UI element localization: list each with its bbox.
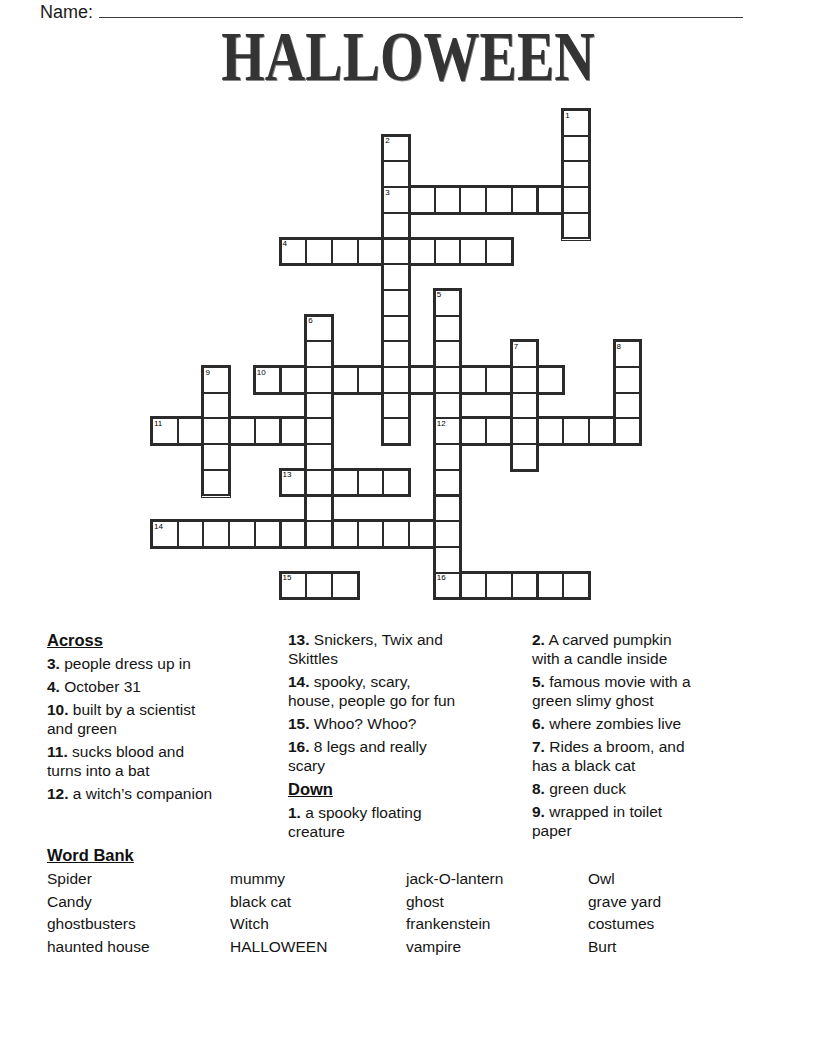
word-bank-item: grave yard — [588, 891, 661, 914]
word-bank-item: ghostbusters — [47, 913, 150, 936]
grid-cell[interactable] — [382, 238, 410, 266]
grid-cell[interactable] — [537, 366, 565, 394]
clue-across-3: 3. people dress up in — [47, 654, 285, 673]
grid-cell[interactable] — [459, 186, 487, 214]
grid-cell[interactable] — [331, 366, 359, 394]
grid-number: 6 — [308, 317, 312, 325]
clues-column-middle: 13. Snickers, Twix and Skittles14. spook… — [288, 630, 530, 845]
grid-number: 16 — [437, 574, 446, 582]
word-bank-column-2: mummyblack catWitchHALLOWEEN — [230, 868, 327, 958]
clue-number: 4. — [47, 678, 60, 695]
grid-cell[interactable] — [382, 263, 410, 291]
clue-number: 1. — [288, 804, 301, 821]
clue-down-2: 2. A carved pumpkin with a candle inside — [532, 630, 784, 668]
clue-down-7: 7. Rides a broom, and has a black cat — [532, 737, 784, 775]
name-label: Name: — [40, 2, 93, 23]
grid-cell[interactable] — [408, 366, 436, 394]
word-bank-item: Owl — [588, 868, 661, 891]
grid-number: 8 — [617, 343, 621, 351]
grid-cell[interactable] — [537, 417, 565, 445]
grid-cell[interactable] — [280, 520, 308, 548]
grid-cell[interactable] — [434, 495, 462, 523]
grid-cell[interactable] — [202, 417, 230, 445]
clue-across-13: 13. Snickers, Twix and Skittles — [288, 630, 530, 668]
grid-cell[interactable] — [305, 238, 333, 266]
clues-column-left: Across3. people dress up in4. October 31… — [47, 630, 285, 807]
grid-cell[interactable] — [382, 469, 410, 497]
grid-cell[interactable] — [562, 417, 590, 445]
grid-number: 4 — [283, 240, 287, 248]
clue-number: 2. — [532, 631, 545, 648]
grid-cell[interactable] — [280, 417, 308, 445]
grid-cell[interactable] — [485, 186, 513, 214]
clue-number: 15. — [288, 715, 310, 732]
clue-number: 12. — [47, 785, 69, 802]
grid-cell[interactable] — [382, 289, 410, 317]
grid-number: 14 — [154, 523, 163, 531]
grid-cell[interactable] — [408, 186, 436, 214]
grid-cell[interactable] — [177, 520, 205, 548]
grid-cell[interactable] — [562, 135, 590, 163]
grid-cell[interactable] — [434, 315, 462, 343]
across-header: Across — [47, 630, 285, 650]
grid-cell[interactable] — [305, 366, 333, 394]
grid-cell[interactable] — [280, 366, 308, 394]
grid-cell[interactable] — [459, 417, 487, 445]
grid-cell[interactable] — [331, 520, 359, 548]
clue-number: 11. — [47, 743, 68, 760]
grid-cell[interactable] — [485, 417, 513, 445]
grid-number: 11 — [154, 420, 162, 428]
grid-number: 2 — [385, 137, 389, 145]
grid-cell[interactable] — [382, 417, 410, 445]
grid-cell[interactable] — [305, 572, 333, 600]
grid-cell[interactable] — [305, 443, 333, 471]
grid-cell[interactable] — [382, 315, 410, 343]
grid-cell[interactable] — [202, 520, 230, 548]
grid-cell[interactable] — [331, 238, 359, 266]
clue-number: 13. — [288, 631, 310, 648]
grid-cell[interactable] — [305, 340, 333, 368]
grid-cell[interactable] — [228, 417, 256, 445]
word-bank-item: HALLOWEEN — [230, 936, 327, 959]
clue-across-10: 10. built by a scientist and green — [47, 700, 285, 738]
grid-cell[interactable] — [202, 392, 230, 420]
grid-cell[interactable] — [434, 186, 462, 214]
grid-cell[interactable] — [562, 212, 590, 240]
clue-number: 16. — [288, 738, 310, 755]
grid-cell[interactable] — [459, 572, 487, 600]
word-bank-item: Candy — [47, 891, 150, 914]
word-bank-header: Word Bank — [47, 846, 134, 865]
grid-cell[interactable] — [485, 366, 513, 394]
grid-cell[interactable] — [357, 366, 385, 394]
grid-cell[interactable] — [382, 366, 410, 394]
grid-cell[interactable] — [434, 443, 462, 471]
name-input-line[interactable] — [99, 1, 743, 18]
clue-across-14: 14. spooky, scary, house, people go for … — [288, 672, 530, 710]
down-header: Down — [288, 779, 530, 799]
grid-cell[interactable] — [305, 520, 333, 548]
grid-cell[interactable] — [511, 392, 539, 420]
grid-cell[interactable] — [434, 520, 462, 548]
grid-cell[interactable] — [357, 520, 385, 548]
grid-cell[interactable] — [434, 366, 462, 394]
grid-cell[interactable] — [614, 366, 642, 394]
grid-cell[interactable] — [408, 520, 436, 548]
page-title: HALLOWEEN — [82, 22, 735, 92]
grid-cell[interactable] — [459, 366, 487, 394]
grid-cell[interactable] — [357, 469, 385, 497]
grid-cell[interactable] — [254, 520, 282, 548]
grid-cell[interactable] — [562, 186, 590, 214]
clue-number: 8. — [532, 780, 545, 797]
clue-number: 7. — [532, 738, 545, 755]
grid-cell[interactable] — [382, 520, 410, 548]
grid-cell[interactable] — [434, 340, 462, 368]
grid-number: 3 — [385, 189, 389, 197]
clue-across-16: 16. 8 legs and really scary — [288, 737, 530, 775]
grid-cell[interactable] — [537, 572, 565, 600]
clue-down-8: 8. green duck — [532, 779, 784, 798]
crossword-grid: 34101112131415161256789 — [152, 110, 642, 600]
word-bank-column-1: SpiderCandyghostbustershaunted house — [47, 868, 150, 958]
clue-number: 10. — [47, 701, 69, 718]
clue-number: 3. — [47, 655, 60, 672]
word-bank-item: vampire — [406, 936, 503, 959]
word-bank-item: jack-O-lantern — [406, 868, 503, 891]
grid-number: 1 — [565, 112, 569, 120]
grid-cell[interactable] — [382, 340, 410, 368]
grid-cell[interactable] — [562, 572, 590, 600]
grid-cell[interactable] — [614, 392, 642, 420]
clue-across-12: 12. a witch’s companion — [47, 784, 285, 803]
grid-cell[interactable] — [305, 392, 333, 420]
grid-cell[interactable] — [331, 572, 359, 600]
grid-cell[interactable] — [614, 417, 642, 445]
grid-cell[interactable] — [177, 417, 205, 445]
clue-across-11: 11. sucks blood and turns into a bat — [47, 742, 285, 780]
grid-cell[interactable] — [305, 417, 333, 445]
clue-number: 5. — [532, 673, 545, 690]
clues-column-right: 2. A carved pumpkin with a candle inside… — [532, 630, 784, 844]
grid-cell[interactable] — [434, 469, 462, 497]
word-bank-item: Witch — [230, 913, 327, 936]
grid-cell[interactable] — [305, 469, 333, 497]
clue-down-6: 6. where zombies live — [532, 714, 784, 733]
clue-across-15: 15. Whoo? Whoo? — [288, 714, 530, 733]
grid-cell[interactable] — [537, 186, 565, 214]
word-bank-item: ghost — [406, 891, 503, 914]
clue-down-5: 5. famous movie with a green slimy ghost — [532, 672, 784, 710]
grid-cell[interactable] — [511, 186, 539, 214]
word-bank-item: Spider — [47, 868, 150, 891]
grid-cell[interactable] — [562, 160, 590, 188]
grid-cell[interactable] — [382, 212, 410, 240]
grid-number: 7 — [514, 343, 518, 351]
grid-cell[interactable] — [434, 392, 462, 420]
clue-down-9: 9. wrapped in toilet paper — [532, 802, 784, 840]
grid-number: 9 — [205, 369, 209, 377]
grid-cell[interactable] — [511, 366, 539, 394]
word-bank-item: haunted house — [47, 936, 150, 959]
grid-cell[interactable] — [434, 238, 462, 266]
worksheet-page: Name: HALLOWEEN 34101112131415161256789 … — [0, 0, 816, 1056]
grid-cell[interactable] — [331, 469, 359, 497]
grid-cell[interactable] — [511, 572, 539, 600]
clue-number: 6. — [532, 715, 545, 732]
clue-across-4: 4. October 31 — [47, 677, 285, 696]
grid-cell[interactable] — [357, 238, 385, 266]
grid-cell[interactable] — [511, 417, 539, 445]
grid-cell[interactable] — [202, 443, 230, 471]
word-bank-column-3: jack-O-lanternghostfrankensteinvampire — [406, 868, 503, 958]
word-bank-column-4: Owlgrave yardcostumesBurt — [588, 868, 661, 958]
grid-number: 15 — [283, 574, 292, 582]
grid-cell[interactable] — [305, 495, 333, 523]
clue-number: 14. — [288, 673, 310, 690]
grid-cell[interactable] — [254, 417, 282, 445]
grid-number: 5 — [437, 291, 441, 299]
grid-cell[interactable] — [228, 520, 256, 548]
clue-down-1: 1. a spooky floating creature — [288, 803, 530, 841]
grid-cell[interactable] — [485, 572, 513, 600]
word-bank-item: costumes — [588, 913, 661, 936]
word-bank-item: mummy — [230, 868, 327, 891]
grid-cell[interactable] — [485, 238, 513, 266]
grid-cell[interactable] — [459, 238, 487, 266]
grid-cell[interactable] — [434, 546, 462, 574]
grid-number: 10 — [257, 369, 266, 377]
clue-number: 9. — [532, 803, 545, 820]
grid-number: 13 — [283, 471, 292, 479]
word-bank-item: frankenstein — [406, 913, 503, 936]
word-bank-item: black cat — [230, 891, 327, 914]
grid-cell[interactable] — [382, 160, 410, 188]
grid-cell[interactable] — [408, 238, 436, 266]
word-bank-item: Burt — [588, 936, 661, 959]
grid-cell[interactable] — [382, 392, 410, 420]
grid-number: 12 — [437, 420, 446, 428]
grid-cell[interactable] — [588, 417, 616, 445]
grid-cell[interactable] — [511, 443, 539, 471]
grid-cell[interactable] — [202, 469, 230, 497]
